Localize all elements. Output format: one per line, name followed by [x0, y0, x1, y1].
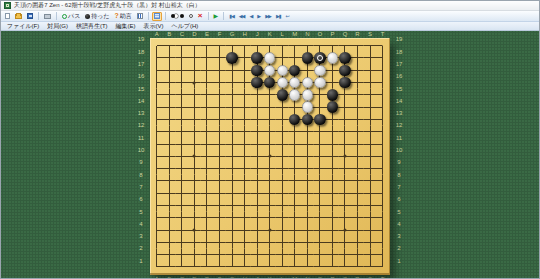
board-view-button[interactable]	[152, 12, 162, 21]
intersection-D9[interactable]	[188, 162, 201, 174]
intersection-M3[interactable]	[289, 236, 302, 248]
intersection-H12[interactable]	[238, 126, 251, 138]
menu-replay[interactable]: 棋譜再生(T)	[72, 22, 112, 31]
intersection-R19[interactable]	[351, 40, 364, 52]
intersection-L10[interactable]	[276, 150, 289, 162]
intersection-G16[interactable]	[226, 76, 239, 88]
intersection-T7[interactable]	[376, 187, 389, 199]
intersection-D2[interactable]	[188, 249, 201, 261]
intersection-C10[interactable]	[176, 150, 189, 162]
intersection-K12[interactable]	[263, 126, 276, 138]
intersection-L2[interactable]	[276, 249, 289, 261]
intersection-A7[interactable]	[151, 187, 164, 199]
nav-forward-button[interactable]: ▶	[255, 12, 262, 21]
intersection-S8[interactable]	[364, 175, 377, 187]
intersection-N13[interactable]	[301, 113, 314, 125]
intersection-C12[interactable]	[176, 126, 189, 138]
intersection-M13[interactable]	[289, 113, 302, 125]
intersection-G13[interactable]	[226, 113, 239, 125]
intersection-L11[interactable]	[276, 138, 289, 150]
intersection-M12[interactable]	[289, 126, 302, 138]
intersection-E12[interactable]	[201, 126, 214, 138]
intersection-C18[interactable]	[176, 52, 189, 64]
intersection-N5[interactable]	[301, 212, 314, 224]
intersection-H16[interactable]	[238, 76, 251, 88]
intersection-M17[interactable]	[289, 64, 302, 76]
intersection-M4[interactable]	[289, 224, 302, 236]
intersection-M10[interactable]	[289, 150, 302, 162]
intersection-D5[interactable]	[188, 212, 201, 224]
intersection-C8[interactable]	[176, 175, 189, 187]
intersection-J15[interactable]	[251, 89, 264, 101]
intersection-R5[interactable]	[351, 212, 364, 224]
intersection-H6[interactable]	[238, 199, 251, 211]
intersection-S11[interactable]	[364, 138, 377, 150]
intersection-F3[interactable]	[213, 236, 226, 248]
nav-back-button[interactable]: ◀	[247, 12, 254, 21]
turn-toggle-button[interactable]	[169, 12, 177, 21]
intersection-J16[interactable]	[251, 76, 264, 88]
intersection-S18[interactable]	[364, 52, 377, 64]
intersection-N9[interactable]	[301, 162, 314, 174]
intersection-B6[interactable]	[163, 199, 176, 211]
intersection-J4[interactable]	[251, 224, 264, 236]
intersection-S10[interactable]	[364, 150, 377, 162]
intersection-N3[interactable]	[301, 236, 314, 248]
intersection-O16[interactable]	[314, 76, 327, 88]
intersection-R10[interactable]	[351, 150, 364, 162]
intersection-C14[interactable]	[176, 101, 189, 113]
intersection-L9[interactable]	[276, 162, 289, 174]
intersection-E6[interactable]	[201, 199, 214, 211]
intersection-A17[interactable]	[151, 64, 164, 76]
intersection-G11[interactable]	[226, 138, 239, 150]
intersection-O1[interactable]	[314, 261, 327, 273]
intersection-T14[interactable]	[376, 101, 389, 113]
intersection-O3[interactable]	[314, 236, 327, 248]
intersection-H17[interactable]	[238, 64, 251, 76]
intersection-M18[interactable]	[289, 52, 302, 64]
intersection-T3[interactable]	[376, 236, 389, 248]
intersection-T8[interactable]	[376, 175, 389, 187]
intersection-N1[interactable]	[301, 261, 314, 273]
intersection-B7[interactable]	[163, 187, 176, 199]
intersection-L14[interactable]	[276, 101, 289, 113]
intersection-C4[interactable]	[176, 224, 189, 236]
intersection-M5[interactable]	[289, 212, 302, 224]
intersection-K7[interactable]	[263, 187, 276, 199]
intersection-D12[interactable]	[188, 126, 201, 138]
title-bar[interactable]: 天頂の囲碁7 Zen - 62期十段戦/芝野虎丸十段（黒）対 村山裕太（白）	[1, 1, 539, 11]
intersection-E2[interactable]	[201, 249, 214, 261]
intersection-P8[interactable]	[326, 175, 339, 187]
intersection-R14[interactable]	[351, 101, 364, 113]
intersection-D16[interactable]	[188, 76, 201, 88]
intersection-A13[interactable]	[151, 113, 164, 125]
intersection-Q16[interactable]	[339, 76, 352, 88]
intersection-S4[interactable]	[364, 224, 377, 236]
intersection-C16[interactable]	[176, 76, 189, 88]
intersection-M19[interactable]	[289, 40, 302, 52]
intersection-S14[interactable]	[364, 101, 377, 113]
intersection-F2[interactable]	[213, 249, 226, 261]
intersection-N10[interactable]	[301, 150, 314, 162]
intersection-J17[interactable]	[251, 64, 264, 76]
intersection-E7[interactable]	[201, 187, 214, 199]
hint-button[interactable]: ?助言	[113, 12, 134, 21]
intersection-H4[interactable]	[238, 224, 251, 236]
menu-game[interactable]: 対局(G)	[43, 22, 72, 31]
intersection-O13[interactable]	[314, 113, 327, 125]
intersection-S15[interactable]	[364, 89, 377, 101]
intersection-K18[interactable]	[263, 52, 276, 64]
intersection-T9[interactable]	[376, 162, 389, 174]
intersection-L4[interactable]	[276, 224, 289, 236]
intersection-T1[interactable]	[376, 261, 389, 273]
intersection-O17[interactable]	[314, 64, 327, 76]
intersection-B13[interactable]	[163, 113, 176, 125]
intersection-R12[interactable]	[351, 126, 364, 138]
intersection-B17[interactable]	[163, 64, 176, 76]
intersection-K16[interactable]	[263, 76, 276, 88]
intersection-R18[interactable]	[351, 52, 364, 64]
intersection-C9[interactable]	[176, 162, 189, 174]
intersection-C13[interactable]	[176, 113, 189, 125]
intersection-R4[interactable]	[351, 224, 364, 236]
intersection-L12[interactable]	[276, 126, 289, 138]
intersection-O12[interactable]	[314, 126, 327, 138]
intersection-R13[interactable]	[351, 113, 364, 125]
intersection-E15[interactable]	[201, 89, 214, 101]
intersection-P15[interactable]	[326, 89, 339, 101]
menu-view[interactable]: 表示(V)	[140, 22, 168, 31]
intersection-A6[interactable]	[151, 199, 164, 211]
intersection-C15[interactable]	[176, 89, 189, 101]
intersection-O9[interactable]	[314, 162, 327, 174]
intersection-E4[interactable]	[201, 224, 214, 236]
intersection-O14[interactable]	[314, 101, 327, 113]
intersection-B4[interactable]	[163, 224, 176, 236]
intersection-Q19[interactable]	[339, 40, 352, 52]
intersection-Q18[interactable]	[339, 52, 352, 64]
intersection-J10[interactable]	[251, 150, 264, 162]
intersection-P7[interactable]	[326, 187, 339, 199]
intersection-D11[interactable]	[188, 138, 201, 150]
intersection-P4[interactable]	[326, 224, 339, 236]
intersection-T17[interactable]	[376, 64, 389, 76]
intersection-G9[interactable]	[226, 162, 239, 174]
intersection-L7[interactable]	[276, 187, 289, 199]
intersection-L6[interactable]	[276, 199, 289, 211]
intersection-H15[interactable]	[238, 89, 251, 101]
intersection-S6[interactable]	[364, 199, 377, 211]
intersection-O2[interactable]	[314, 249, 327, 261]
intersection-H10[interactable]	[238, 150, 251, 162]
intersection-L19[interactable]	[276, 40, 289, 52]
intersection-T16[interactable]	[376, 76, 389, 88]
intersection-G18[interactable]	[226, 52, 239, 64]
intersection-A18[interactable]	[151, 52, 164, 64]
intersection-D14[interactable]	[188, 101, 201, 113]
intersection-B12[interactable]	[163, 126, 176, 138]
intersection-T11[interactable]	[376, 138, 389, 150]
intersection-L5[interactable]	[276, 212, 289, 224]
intersection-C17[interactable]	[176, 64, 189, 76]
intersection-F8[interactable]	[213, 175, 226, 187]
intersection-H18[interactable]	[238, 52, 251, 64]
intersection-K15[interactable]	[263, 89, 276, 101]
intersection-P2[interactable]	[326, 249, 339, 261]
intersection-B8[interactable]	[163, 175, 176, 187]
intersection-O5[interactable]	[314, 212, 327, 224]
intersection-F17[interactable]	[213, 64, 226, 76]
intersection-H13[interactable]	[238, 113, 251, 125]
intersection-K10[interactable]	[263, 150, 276, 162]
intersection-R8[interactable]	[351, 175, 364, 187]
intersection-F9[interactable]	[213, 162, 226, 174]
intersection-O19[interactable]	[314, 40, 327, 52]
intersection-D18[interactable]	[188, 52, 201, 64]
intersection-N19[interactable]	[301, 40, 314, 52]
intersection-B9[interactable]	[163, 162, 176, 174]
intersection-M16[interactable]	[289, 76, 302, 88]
intersection-K3[interactable]	[263, 236, 276, 248]
intersection-F4[interactable]	[213, 224, 226, 236]
intersection-Q15[interactable]	[339, 89, 352, 101]
intersection-L13[interactable]	[276, 113, 289, 125]
intersection-G4[interactable]	[226, 224, 239, 236]
intersection-J13[interactable]	[251, 113, 264, 125]
intersection-R3[interactable]	[351, 236, 364, 248]
intersection-G2[interactable]	[226, 249, 239, 261]
intersection-M7[interactable]	[289, 187, 302, 199]
intersection-B3[interactable]	[163, 236, 176, 248]
menu-help[interactable]: ヘルプ(H)	[168, 22, 203, 31]
intersection-Q12[interactable]	[339, 126, 352, 138]
intersection-Q2[interactable]	[339, 249, 352, 261]
intersection-J6[interactable]	[251, 199, 264, 211]
intersection-H14[interactable]	[238, 101, 251, 113]
intersection-A19[interactable]	[151, 40, 164, 52]
intersection-Q11[interactable]	[339, 138, 352, 150]
intersection-C7[interactable]	[176, 187, 189, 199]
intersection-R2[interactable]	[351, 249, 364, 261]
intersection-G12[interactable]	[226, 126, 239, 138]
intersection-N2[interactable]	[301, 249, 314, 261]
intersection-P6[interactable]	[326, 199, 339, 211]
intersection-A16[interactable]	[151, 76, 164, 88]
intersection-P13[interactable]	[326, 113, 339, 125]
intersection-S13[interactable]	[364, 113, 377, 125]
intersection-P16[interactable]	[326, 76, 339, 88]
intersection-M1[interactable]	[289, 261, 302, 273]
intersection-E18[interactable]	[201, 52, 214, 64]
intersection-B10[interactable]	[163, 150, 176, 162]
intersection-D6[interactable]	[188, 199, 201, 211]
nav-last-button[interactable]: ▶▮	[274, 12, 283, 21]
resign-button[interactable]: ×	[196, 12, 205, 21]
intersection-E3[interactable]	[201, 236, 214, 248]
intersection-K1[interactable]	[263, 261, 276, 273]
intersection-N14[interactable]	[301, 101, 314, 113]
intersection-H3[interactable]	[238, 236, 251, 248]
intersection-M14[interactable]	[289, 101, 302, 113]
intersection-S19[interactable]	[364, 40, 377, 52]
intersection-E1[interactable]	[201, 261, 214, 273]
pass-button[interactable]: パス	[60, 12, 82, 21]
intersection-T18[interactable]	[376, 52, 389, 64]
intersection-R9[interactable]	[351, 162, 364, 174]
intersection-F6[interactable]	[213, 199, 226, 211]
intersection-O6[interactable]	[314, 199, 327, 211]
intersection-T2[interactable]	[376, 249, 389, 261]
menu-edit[interactable]: 編集(E)	[112, 22, 140, 31]
open-kifu-button[interactable]	[13, 12, 24, 21]
intersection-D7[interactable]	[188, 187, 201, 199]
intersection-M11[interactable]	[289, 138, 302, 150]
intersection-N16[interactable]	[301, 76, 314, 88]
intersection-P5[interactable]	[326, 212, 339, 224]
intersection-F15[interactable]	[213, 89, 226, 101]
intersection-A14[interactable]	[151, 101, 164, 113]
intersection-B14[interactable]	[163, 101, 176, 113]
intersection-G19[interactable]	[226, 40, 239, 52]
intersection-B19[interactable]	[163, 40, 176, 52]
intersection-H5[interactable]	[238, 212, 251, 224]
intersection-B15[interactable]	[163, 89, 176, 101]
intersection-F16[interactable]	[213, 76, 226, 88]
intersection-E13[interactable]	[201, 113, 214, 125]
intersection-D13[interactable]	[188, 113, 201, 125]
intersection-N12[interactable]	[301, 126, 314, 138]
intersection-H19[interactable]	[238, 40, 251, 52]
intersection-J18[interactable]	[251, 52, 264, 64]
intersection-G6[interactable]	[226, 199, 239, 211]
intersection-R7[interactable]	[351, 187, 364, 199]
intersection-B2[interactable]	[163, 249, 176, 261]
intersection-M2[interactable]	[289, 249, 302, 261]
intersection-Q7[interactable]	[339, 187, 352, 199]
intersection-A15[interactable]	[151, 89, 164, 101]
intersection-A11[interactable]	[151, 138, 164, 150]
nav-forward10-button[interactable]: ▶▶	[263, 12, 273, 21]
intersection-R1[interactable]	[351, 261, 364, 273]
intersection-K11[interactable]	[263, 138, 276, 150]
intersection-K4[interactable]	[263, 224, 276, 236]
intersection-D10[interactable]	[188, 150, 201, 162]
intersection-Q6[interactable]	[339, 199, 352, 211]
intersection-J7[interactable]	[251, 187, 264, 199]
intersection-D8[interactable]	[188, 175, 201, 187]
print-button[interactable]	[42, 12, 53, 21]
intersection-R17[interactable]	[351, 64, 364, 76]
intersection-F7[interactable]	[213, 187, 226, 199]
intersection-D1[interactable]	[188, 261, 201, 273]
intersection-C19[interactable]	[176, 40, 189, 52]
intersection-G15[interactable]	[226, 89, 239, 101]
intersection-G1[interactable]	[226, 261, 239, 273]
intersection-H2[interactable]	[238, 249, 251, 261]
intersection-P10[interactable]	[326, 150, 339, 162]
intersection-J3[interactable]	[251, 236, 264, 248]
intersection-K2[interactable]	[263, 249, 276, 261]
intersection-S17[interactable]	[364, 64, 377, 76]
undo-move-button[interactable]: 待った	[83, 12, 111, 21]
intersection-L18[interactable]	[276, 52, 289, 64]
intersection-H1[interactable]	[238, 261, 251, 273]
place-black-button[interactable]	[178, 12, 186, 21]
intersection-F5[interactable]	[213, 212, 226, 224]
intersection-E8[interactable]	[201, 175, 214, 187]
intersection-A10[interactable]	[151, 150, 164, 162]
intersection-E19[interactable]	[201, 40, 214, 52]
intersection-R11[interactable]	[351, 138, 364, 150]
intersection-G5[interactable]	[226, 212, 239, 224]
intersection-P17[interactable]	[326, 64, 339, 76]
new-game-button[interactable]	[3, 12, 12, 21]
intersection-O18[interactable]	[314, 52, 327, 64]
intersection-P18[interactable]	[326, 52, 339, 64]
intersection-Q9[interactable]	[339, 162, 352, 174]
intersection-S9[interactable]	[364, 162, 377, 174]
intersection-T6[interactable]	[376, 199, 389, 211]
intersection-S12[interactable]	[364, 126, 377, 138]
intersection-J14[interactable]	[251, 101, 264, 113]
intersection-F12[interactable]	[213, 126, 226, 138]
intersection-K8[interactable]	[263, 175, 276, 187]
intersection-G14[interactable]	[226, 101, 239, 113]
intersection-G10[interactable]	[226, 150, 239, 162]
intersection-Q3[interactable]	[339, 236, 352, 248]
intersection-O7[interactable]	[314, 187, 327, 199]
intersection-C5[interactable]	[176, 212, 189, 224]
intersection-K13[interactable]	[263, 113, 276, 125]
intersection-L3[interactable]	[276, 236, 289, 248]
intersection-T4[interactable]	[376, 224, 389, 236]
intersection-Q4[interactable]	[339, 224, 352, 236]
intersection-Q13[interactable]	[339, 113, 352, 125]
intersection-F14[interactable]	[213, 101, 226, 113]
intersection-M9[interactable]	[289, 162, 302, 174]
intersection-O4[interactable]	[314, 224, 327, 236]
intersection-H9[interactable]	[238, 162, 251, 174]
intersection-T15[interactable]	[376, 89, 389, 101]
intersection-N17[interactable]	[301, 64, 314, 76]
nav-first-button[interactable]: ▮◀	[227, 12, 236, 21]
intersection-T10[interactable]	[376, 150, 389, 162]
save-kifu-button[interactable]	[25, 12, 35, 21]
intersection-J1[interactable]	[251, 261, 264, 273]
intersection-C2[interactable]	[176, 249, 189, 261]
intersection-S1[interactable]	[364, 261, 377, 273]
intersection-Q17[interactable]	[339, 64, 352, 76]
intersection-K19[interactable]	[263, 40, 276, 52]
intersection-N7[interactable]	[301, 187, 314, 199]
intersection-S16[interactable]	[364, 76, 377, 88]
intersection-A8[interactable]	[151, 175, 164, 187]
intersection-E16[interactable]	[201, 76, 214, 88]
place-white-button[interactable]	[187, 12, 195, 21]
intersection-P12[interactable]	[326, 126, 339, 138]
intersection-Q1[interactable]	[339, 261, 352, 273]
intersection-C3[interactable]	[176, 236, 189, 248]
intersection-G3[interactable]	[226, 236, 239, 248]
intersection-J19[interactable]	[251, 40, 264, 52]
intersection-D15[interactable]	[188, 89, 201, 101]
intersection-Q5[interactable]	[339, 212, 352, 224]
intersection-L15[interactable]	[276, 89, 289, 101]
nav-back10-button[interactable]: ◀◀	[237, 12, 247, 21]
